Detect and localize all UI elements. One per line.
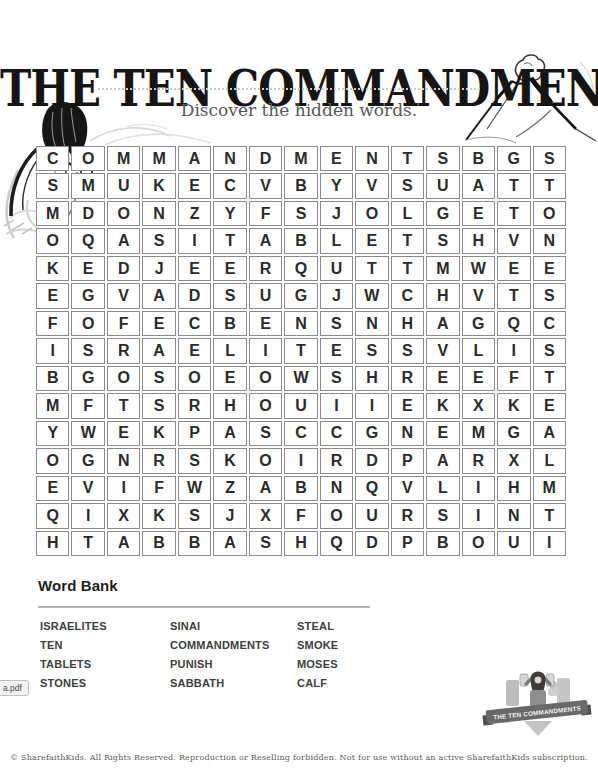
grid-cell[interactable]: E xyxy=(71,256,104,281)
grid-cell[interactable]: P xyxy=(391,531,424,556)
grid-cell[interactable]: S xyxy=(533,338,566,363)
grid-cell[interactable]: G xyxy=(497,146,530,171)
grid-cell[interactable]: Y xyxy=(36,421,69,446)
grid-cell[interactable]: D xyxy=(249,146,282,171)
word-bank-item: SMOKE xyxy=(297,636,397,655)
grid-cell[interactable]: N xyxy=(497,503,530,528)
grid-cell[interactable]: L xyxy=(533,448,566,473)
grid-cell[interactable]: T xyxy=(391,256,424,281)
grid-cell[interactable]: G xyxy=(497,421,530,446)
grid-cell[interactable]: I xyxy=(355,393,388,418)
grid-cell[interactable]: F xyxy=(142,476,175,501)
grid-cell[interactable]: S xyxy=(320,311,353,336)
word-search-grid: COMMANDMENTSBGSSMUKECVBYVSUATTMDONZYFSJO… xyxy=(36,146,566,556)
grid-cell[interactable]: E xyxy=(178,173,211,198)
grid-cell[interactable]: M xyxy=(142,146,175,171)
grid-cell[interactable]: S xyxy=(426,228,459,253)
grid-cell[interactable]: T xyxy=(533,173,566,198)
grid-cell[interactable]: T xyxy=(533,503,566,528)
grid-cell[interactable]: U xyxy=(497,531,530,556)
grid-cell[interactable]: R xyxy=(178,393,211,418)
grid-cell[interactable]: A xyxy=(426,311,459,336)
grid-cell[interactable]: M xyxy=(426,256,459,281)
grid-cell[interactable]: R xyxy=(462,448,495,473)
grid-cell[interactable]: U xyxy=(426,173,459,198)
grid-cell[interactable]: T xyxy=(355,256,388,281)
grid-cell[interactable]: C xyxy=(284,421,317,446)
grid-cell[interactable]: O xyxy=(355,201,388,226)
grid-cell[interactable]: W xyxy=(178,476,211,501)
grid-cell[interactable]: S xyxy=(142,393,175,418)
grid-cell[interactable]: U xyxy=(320,256,353,281)
grid-cell[interactable]: C xyxy=(391,283,424,308)
grid-cell[interactable]: I xyxy=(178,228,211,253)
grid-cell[interactable]: A xyxy=(249,228,282,253)
word-bank-item: STEAL xyxy=(297,617,397,636)
word-bank-divider xyxy=(38,606,370,608)
grid-cell[interactable]: V xyxy=(462,283,495,308)
grid-cell[interactable]: J xyxy=(320,201,353,226)
grid-cell[interactable]: E xyxy=(36,283,69,308)
grid-cell[interactable]: T xyxy=(284,338,317,363)
grid-cell[interactable]: C xyxy=(320,421,353,446)
grid-cell[interactable]: D xyxy=(178,283,211,308)
grid-cell[interactable]: W xyxy=(462,256,495,281)
grid-cell[interactable]: S xyxy=(249,531,282,556)
grid-cell[interactable]: Q xyxy=(355,476,388,501)
grid-cell[interactable]: D xyxy=(71,201,104,226)
word-bank-item: CALF xyxy=(297,674,397,693)
grid-cell[interactable]: H xyxy=(426,283,459,308)
grid-cell[interactable]: Q xyxy=(36,503,69,528)
word-bank-item: MOSES xyxy=(297,655,397,674)
word-bank-item: TEN xyxy=(40,636,170,655)
grid-cell[interactable]: B xyxy=(284,173,317,198)
grid-cell[interactable]: T xyxy=(497,283,530,308)
grid-cell[interactable]: N xyxy=(533,228,566,253)
grid-cell[interactable]: T xyxy=(391,146,424,171)
grid-cell[interactable]: A xyxy=(249,476,282,501)
grid-cell[interactable]: X xyxy=(107,503,140,528)
grid-cell[interactable]: V xyxy=(497,228,530,253)
grid-cell[interactable]: S xyxy=(533,146,566,171)
pencil-scribble-icon xyxy=(85,121,215,147)
grid-cell[interactable]: E xyxy=(213,366,246,391)
grid-cell[interactable]: E xyxy=(178,338,211,363)
grid-cell[interactable]: A xyxy=(107,531,140,556)
grid-cell[interactable]: E xyxy=(142,311,175,336)
grid-cell[interactable]: O xyxy=(107,366,140,391)
grid-cell[interactable]: T xyxy=(391,228,424,253)
grid-cell[interactable]: H xyxy=(355,366,388,391)
grid-cell[interactable]: H xyxy=(391,311,424,336)
worksheet-page: THE TEN COMMANDMENTS Discover the hidden… xyxy=(0,0,598,776)
grid-cell[interactable]: W xyxy=(71,421,104,446)
word-bank-column: STEALSMOKEMOSESCALF xyxy=(297,617,397,693)
grid-cell[interactable]: F xyxy=(249,201,282,226)
grid-cell[interactable]: M xyxy=(71,173,104,198)
grid-cell[interactable]: E xyxy=(355,228,388,253)
grid-cell[interactable]: Q xyxy=(320,531,353,556)
grid-cell[interactable]: A xyxy=(462,173,495,198)
grid-cell[interactable]: N xyxy=(107,448,140,473)
grid-cell[interactable]: B xyxy=(462,146,495,171)
grid-cell[interactable]: B xyxy=(284,228,317,253)
grid-cell[interactable]: L xyxy=(462,338,495,363)
grid-cell[interactable]: E xyxy=(533,393,566,418)
word-bank-column: ISRAELITESTENTABLETSSTONES xyxy=(40,617,170,693)
grid-cell[interactable]: B xyxy=(142,531,175,556)
grid-cell[interactable]: M xyxy=(462,421,495,446)
grid-cell[interactable]: C xyxy=(213,173,246,198)
grid-cell[interactable]: R xyxy=(249,256,282,281)
grid-cell[interactable]: G xyxy=(355,421,388,446)
subtitle: Discover the hidden words. xyxy=(0,100,598,120)
word-bank-item: STONES xyxy=(40,674,170,693)
grid-cell[interactable]: I xyxy=(320,393,353,418)
word-bank: ISRAELITESTENTABLETSSTONES SINAICOMMANDM… xyxy=(40,617,410,693)
grid-cell[interactable]: G xyxy=(462,311,495,336)
grid-cell[interactable]: A xyxy=(178,146,211,171)
grid-cell[interactable]: J xyxy=(320,283,353,308)
grid-cell[interactable]: D xyxy=(107,256,140,281)
grid-cell[interactable]: S xyxy=(142,366,175,391)
grid-cell[interactable]: A xyxy=(142,338,175,363)
grid-cell[interactable]: S xyxy=(320,366,353,391)
grid-cell[interactable]: B xyxy=(178,531,211,556)
grid-cell[interactable]: G xyxy=(284,283,317,308)
grid-cell[interactable]: H xyxy=(36,531,69,556)
grid-cell[interactable]: B xyxy=(36,366,69,391)
grid-cell[interactable]: T xyxy=(213,228,246,253)
grid-cell[interactable]: E xyxy=(391,393,424,418)
grid-cell[interactable]: E xyxy=(320,338,353,363)
grid-cell[interactable]: W xyxy=(284,366,317,391)
grid-cell[interactable]: H xyxy=(284,531,317,556)
grid-cell[interactable]: P xyxy=(391,448,424,473)
grid-cell[interactable]: R xyxy=(391,366,424,391)
grid-cell[interactable]: X xyxy=(462,393,495,418)
grid-cell[interactable]: E xyxy=(533,256,566,281)
grid-cell[interactable]: O xyxy=(36,228,69,253)
grid-cell[interactable]: H xyxy=(213,393,246,418)
grid-cell[interactable]: H xyxy=(497,476,530,501)
grid-cell[interactable]: S xyxy=(391,338,424,363)
grid-cell[interactable]: M xyxy=(36,201,69,226)
grid-cell[interactable]: E xyxy=(426,366,459,391)
grid-cell[interactable]: T xyxy=(71,531,104,556)
grid-cell[interactable]: A xyxy=(107,228,140,253)
grid-cell[interactable]: O xyxy=(36,448,69,473)
grid-cell[interactable]: L xyxy=(391,201,424,226)
grid-cell[interactable]: N xyxy=(284,311,317,336)
copyright-text: © SharefaithKids. All Rights Reserved. R… xyxy=(0,753,598,762)
dotted-divider xyxy=(98,88,480,90)
grid-cell[interactable]: A xyxy=(213,531,246,556)
grid-cell[interactable]: O xyxy=(249,393,282,418)
word-bank-item: TABLETS xyxy=(40,655,170,674)
grid-cell[interactable]: O xyxy=(107,201,140,226)
grid-cell[interactable]: E xyxy=(36,476,69,501)
grid-cell[interactable]: E xyxy=(249,311,282,336)
grid-cell[interactable]: F xyxy=(71,393,104,418)
grid-cell[interactable]: K xyxy=(142,173,175,198)
grid-cell[interactable]: V xyxy=(355,173,388,198)
word-bank-item: PUNISH xyxy=(170,655,297,674)
grid-cell[interactable]: V xyxy=(249,173,282,198)
grid-cell[interactable]: O xyxy=(71,311,104,336)
grid-cell[interactable]: L xyxy=(426,476,459,501)
grid-cell[interactable]: X xyxy=(497,448,530,473)
grid-cell[interactable]: A xyxy=(142,283,175,308)
grid-cell[interactable]: B xyxy=(426,531,459,556)
grid-cell[interactable]: I xyxy=(462,476,495,501)
grid-cell[interactable]: S xyxy=(213,283,246,308)
grid-cell[interactable]: N xyxy=(142,201,175,226)
grid-cell[interactable]: S xyxy=(249,421,282,446)
grid-cell[interactable]: S xyxy=(178,448,211,473)
grid-cell[interactable]: J xyxy=(213,503,246,528)
grid-cell[interactable]: R xyxy=(391,503,424,528)
grid-cell[interactable]: E xyxy=(178,256,211,281)
grid-cell[interactable]: T xyxy=(497,173,530,198)
grid-cell[interactable]: S xyxy=(355,338,388,363)
word-bank-item: SABBATH xyxy=(170,674,297,693)
grid-cell[interactable]: X xyxy=(249,503,282,528)
grid-cell[interactable]: S xyxy=(142,228,175,253)
grid-cell[interactable]: S xyxy=(426,146,459,171)
grid-cell[interactable]: E xyxy=(426,421,459,446)
grid-cell[interactable]: T xyxy=(497,201,530,226)
grid-cell[interactable]: J xyxy=(142,256,175,281)
grid-cell[interactable]: R xyxy=(107,338,140,363)
grid-cell[interactable]: T xyxy=(107,393,140,418)
grid-cell[interactable]: G xyxy=(71,283,104,308)
grid-cell[interactable]: N xyxy=(355,146,388,171)
grid-cell[interactable]: K xyxy=(36,256,69,281)
grid-cell[interactable]: O xyxy=(249,448,282,473)
grid-cell[interactable]: T xyxy=(533,366,566,391)
grid-cell[interactable]: H xyxy=(462,228,495,253)
grid-cell[interactable]: B xyxy=(284,476,317,501)
grid-cell[interactable]: O xyxy=(249,366,282,391)
grid-cell[interactable]: L xyxy=(213,338,246,363)
grid-cell[interactable]: B xyxy=(213,311,246,336)
grid-cell[interactable]: K xyxy=(142,503,175,528)
grid-cell[interactable]: C xyxy=(178,311,211,336)
grid-cell[interactable]: M xyxy=(533,476,566,501)
grid-cell[interactable]: R xyxy=(142,448,175,473)
grid-cell[interactable]: M xyxy=(107,146,140,171)
grid-cell[interactable]: I xyxy=(249,338,282,363)
grid-cell[interactable]: K xyxy=(213,448,246,473)
grid-cell[interactable]: V xyxy=(71,476,104,501)
grid-cell[interactable]: G xyxy=(71,366,104,391)
grid-cell[interactable]: C xyxy=(36,146,69,171)
grid-cell[interactable]: F xyxy=(107,311,140,336)
grid-cell[interactable]: Z xyxy=(178,201,211,226)
grid-cell[interactable]: F xyxy=(284,503,317,528)
grid-cell[interactable]: Q xyxy=(284,256,317,281)
grid-cell[interactable]: E xyxy=(497,256,530,281)
grid-cell[interactable]: N xyxy=(213,146,246,171)
word-bank-item: COMMANDMENTS xyxy=(170,636,297,655)
word-bank-heading: Word Bank xyxy=(38,577,118,594)
grid-cell[interactable]: W xyxy=(355,283,388,308)
grid-cell[interactable]: I xyxy=(497,338,530,363)
grid-cell[interactable]: P xyxy=(178,421,211,446)
grid-cell[interactable]: S xyxy=(391,173,424,198)
ten-commandments-emblem-icon: THE TEN COMMANDMENTS xyxy=(486,668,590,746)
grid-cell[interactable]: S xyxy=(426,503,459,528)
grid-cell[interactable]: E xyxy=(462,201,495,226)
grid-cell[interactable]: R xyxy=(320,448,353,473)
grid-cell[interactable]: O xyxy=(71,146,104,171)
grid-cell[interactable]: Q xyxy=(497,311,530,336)
word-bank-item: SINAI xyxy=(170,617,297,636)
grid-cell[interactable]: A xyxy=(533,421,566,446)
grid-cell[interactable]: G xyxy=(71,448,104,473)
grid-cell[interactable]: I xyxy=(533,531,566,556)
grid-cell[interactable]: S xyxy=(36,173,69,198)
grid-cell[interactable]: Z xyxy=(213,476,246,501)
grid-cell[interactable]: V xyxy=(391,476,424,501)
grid-cell[interactable]: S xyxy=(533,283,566,308)
grid-cell[interactable]: F xyxy=(497,366,530,391)
grid-cell[interactable]: D xyxy=(355,448,388,473)
grid-cell[interactable]: K xyxy=(426,393,459,418)
grid-cell[interactable]: E xyxy=(320,146,353,171)
grid-cell[interactable]: U xyxy=(249,283,282,308)
word-bank-column: SINAICOMMANDMENTSPUNISHSABBATH xyxy=(170,617,297,693)
grid-cell[interactable]: I xyxy=(36,338,69,363)
grid-cell[interactable]: G xyxy=(426,201,459,226)
grid-cell[interactable]: E xyxy=(107,421,140,446)
grid-cell[interactable]: A xyxy=(213,421,246,446)
grid-cell[interactable]: U xyxy=(284,393,317,418)
grid-cell[interactable]: S xyxy=(71,338,104,363)
grid-cell[interactable]: S xyxy=(284,201,317,226)
grid-cell[interactable]: E xyxy=(462,366,495,391)
grid-cell[interactable]: I xyxy=(71,503,104,528)
grid-cell[interactable]: O xyxy=(533,201,566,226)
grid-cell[interactable]: N xyxy=(320,476,353,501)
grid-cell[interactable]: M xyxy=(36,393,69,418)
grid-cell[interactable]: K xyxy=(142,421,175,446)
grid-cell[interactable]: K xyxy=(497,393,530,418)
grid-cell[interactable]: U xyxy=(107,173,140,198)
logo-pennant xyxy=(524,721,552,736)
grid-cell[interactable]: Y xyxy=(213,201,246,226)
grid-cell[interactable]: Y xyxy=(320,173,353,198)
grid-cell[interactable]: N xyxy=(391,421,424,446)
grid-cell[interactable]: M xyxy=(284,146,317,171)
grid-cell[interactable]: I xyxy=(284,448,317,473)
grid-cell[interactable]: N xyxy=(355,311,388,336)
grid-cell[interactable]: S xyxy=(178,503,211,528)
grid-cell[interactable]: E xyxy=(213,256,246,281)
grid-cell[interactable]: D xyxy=(355,531,388,556)
pdf-filename-tooltip: a.pdf xyxy=(0,680,29,696)
grid-cell[interactable]: F xyxy=(36,311,69,336)
grid-cell[interactable]: V xyxy=(426,338,459,363)
grid-cell[interactable]: Q xyxy=(71,228,104,253)
grid-cell[interactable]: A xyxy=(426,448,459,473)
grid-cell[interactable]: I xyxy=(107,476,140,501)
grid-cell[interactable]: V xyxy=(107,283,140,308)
grid-cell[interactable]: I xyxy=(462,503,495,528)
grid-cell[interactable]: L xyxy=(320,228,353,253)
grid-cell[interactable]: U xyxy=(355,503,388,528)
grid-cell[interactable]: O xyxy=(462,531,495,556)
grid-cell[interactable]: O xyxy=(320,503,353,528)
grid-cell[interactable]: O xyxy=(178,366,211,391)
word-bank-item: ISRAELITES xyxy=(40,617,170,636)
grid-cell[interactable]: C xyxy=(533,311,566,336)
